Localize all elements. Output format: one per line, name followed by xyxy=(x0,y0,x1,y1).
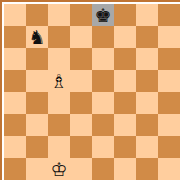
square-b8[interactable] xyxy=(26,4,48,26)
square-d7[interactable] xyxy=(70,26,92,48)
square-e8[interactable]: ♚ xyxy=(92,4,114,26)
square-a2[interactable] xyxy=(4,136,26,158)
square-e3[interactable] xyxy=(92,114,114,136)
square-h5[interactable] xyxy=(158,70,180,92)
square-b1[interactable] xyxy=(26,158,48,180)
square-c2[interactable] xyxy=(48,136,70,158)
piece-black-knight[interactable]: ♞ xyxy=(28,26,45,48)
square-f1[interactable] xyxy=(114,158,136,180)
square-h2[interactable] xyxy=(158,136,180,158)
square-g1[interactable] xyxy=(136,158,158,180)
square-a4[interactable] xyxy=(4,92,26,114)
square-b2[interactable] xyxy=(26,136,48,158)
square-g3[interactable] xyxy=(136,114,158,136)
square-c1[interactable]: ♔ xyxy=(48,158,70,180)
square-c7[interactable] xyxy=(48,26,70,48)
piece-black-king[interactable]: ♚ xyxy=(94,4,111,26)
square-e5[interactable] xyxy=(92,70,114,92)
square-e2[interactable] xyxy=(92,136,114,158)
square-d5[interactable] xyxy=(70,70,92,92)
square-g4[interactable] xyxy=(136,92,158,114)
square-c5[interactable]: ♗ xyxy=(48,70,70,92)
square-h3[interactable] xyxy=(158,114,180,136)
square-e1[interactable] xyxy=(92,158,114,180)
square-c6[interactable] xyxy=(48,48,70,70)
square-a5[interactable] xyxy=(4,70,26,92)
square-c3[interactable] xyxy=(48,114,70,136)
chess-board: ♚♞♗♔ xyxy=(4,4,180,180)
square-g5[interactable] xyxy=(136,70,158,92)
square-g7[interactable] xyxy=(136,26,158,48)
square-a1[interactable] xyxy=(4,158,26,180)
square-d6[interactable] xyxy=(70,48,92,70)
chess-board-frame: ♚♞♗♔ xyxy=(0,0,180,180)
square-g6[interactable] xyxy=(136,48,158,70)
square-h4[interactable] xyxy=(158,92,180,114)
square-g2[interactable] xyxy=(136,136,158,158)
square-f2[interactable] xyxy=(114,136,136,158)
square-f3[interactable] xyxy=(114,114,136,136)
square-f5[interactable] xyxy=(114,70,136,92)
square-b7[interactable]: ♞ xyxy=(26,26,48,48)
square-a3[interactable] xyxy=(4,114,26,136)
square-b3[interactable] xyxy=(26,114,48,136)
square-f7[interactable] xyxy=(114,26,136,48)
square-a6[interactable] xyxy=(4,48,26,70)
square-c8[interactable] xyxy=(48,4,70,26)
square-a7[interactable] xyxy=(4,26,26,48)
square-h6[interactable] xyxy=(158,48,180,70)
square-d2[interactable] xyxy=(70,136,92,158)
square-b5[interactable] xyxy=(26,70,48,92)
square-h8[interactable] xyxy=(158,4,180,26)
square-e7[interactable] xyxy=(92,26,114,48)
square-b4[interactable] xyxy=(26,92,48,114)
square-g8[interactable] xyxy=(136,4,158,26)
square-a8[interactable] xyxy=(4,4,26,26)
square-d8[interactable] xyxy=(70,4,92,26)
square-h7[interactable] xyxy=(158,26,180,48)
piece-white-bishop[interactable]: ♗ xyxy=(50,70,67,92)
square-d1[interactable] xyxy=(70,158,92,180)
square-b6[interactable] xyxy=(26,48,48,70)
square-f4[interactable] xyxy=(114,92,136,114)
square-d4[interactable] xyxy=(70,92,92,114)
square-e4[interactable] xyxy=(92,92,114,114)
square-d3[interactable] xyxy=(70,114,92,136)
square-c4[interactable] xyxy=(48,92,70,114)
square-f6[interactable] xyxy=(114,48,136,70)
piece-white-king[interactable]: ♔ xyxy=(50,158,67,180)
square-f8[interactable] xyxy=(114,4,136,26)
chess-board-inner-border: ♚♞♗♔ xyxy=(2,2,182,180)
square-h1[interactable] xyxy=(158,158,180,180)
square-e6[interactable] xyxy=(92,48,114,70)
